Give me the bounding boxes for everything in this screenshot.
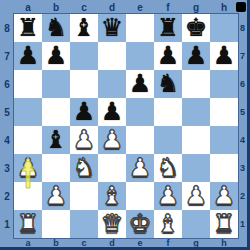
square-c4[interactable]: ♟ [70, 126, 98, 154]
black-pawn-a7[interactable]: ♟ [17, 42, 39, 70]
square-g4[interactable] [182, 126, 210, 154]
square-c3[interactable]: ♞ [70, 154, 98, 182]
rank-label-4: 4 [0, 126, 14, 154]
rank-label-5: 5 [238, 98, 247, 126]
black-queen-d8[interactable]: ♛ [101, 14, 123, 42]
square-h2[interactable]: ♟ [210, 182, 238, 210]
black-pawn-c5[interactable]: ♟ [73, 98, 95, 126]
white-pawn-h2[interactable]: ♟ [213, 182, 235, 210]
square-h1[interactable]: ♜ [210, 210, 238, 238]
file-label-g: g [182, 0, 210, 14]
square-f7[interactable]: ♟ [154, 42, 182, 70]
square-b2[interactable]: ♟ [42, 182, 70, 210]
black-bishop-b4[interactable]: ♝ [45, 126, 67, 154]
file-label-a: a [14, 0, 42, 14]
file-label-h: h [210, 238, 238, 248]
white-pawn-f2[interactable]: ♟ [157, 182, 179, 210]
board: ♜♞♝♛♜♚♟♟♟♟♟♟♞♟♟♝♟♟♟♞♟♞♟♝♟♟♟♜♛♚♝♜ [14, 14, 238, 238]
square-d2[interactable]: ♝ [98, 182, 126, 210]
file-labels-top: abcdefgh [14, 0, 238, 14]
square-b4[interactable]: ♝ [42, 126, 70, 154]
white-bishop-f1[interactable]: ♝ [157, 210, 179, 238]
square-a8[interactable]: ♜ [14, 14, 42, 42]
square-c8[interactable]: ♝ [70, 14, 98, 42]
black-rook-a8[interactable]: ♜ [17, 14, 39, 42]
black-knight-b8[interactable]: ♞ [45, 14, 67, 42]
black-pawn-h7[interactable]: ♟ [213, 42, 235, 70]
rank-labels-left: 87654321 [0, 14, 14, 238]
file-label-c: c [70, 238, 98, 248]
square-f1[interactable]: ♝ [154, 210, 182, 238]
square-h6[interactable] [210, 70, 238, 98]
black-bishop-c8[interactable]: ♝ [73, 14, 95, 42]
black-king-g8[interactable]: ♚ [185, 14, 207, 42]
white-pawn-a3[interactable]: ♟ [17, 154, 39, 182]
square-h3[interactable] [210, 154, 238, 182]
white-pawn-g2[interactable]: ♟ [185, 182, 207, 210]
square-d6[interactable] [98, 70, 126, 98]
rank-label-6: 6 [238, 70, 247, 98]
square-g6[interactable] [182, 70, 210, 98]
white-pawn-e3[interactable]: ♟ [129, 154, 151, 182]
square-d8[interactable]: ♛ [98, 14, 126, 42]
square-g2[interactable]: ♟ [182, 182, 210, 210]
square-c5[interactable]: ♟ [70, 98, 98, 126]
square-d3[interactable] [98, 154, 126, 182]
rank-label-7: 7 [0, 42, 14, 70]
file-label-d: d [98, 0, 126, 14]
rank-label-2: 2 [0, 182, 14, 210]
white-pawn-c4[interactable]: ♟ [73, 126, 95, 154]
square-a4[interactable] [14, 126, 42, 154]
white-king-e1[interactable]: ♚ [129, 210, 151, 238]
white-rook-h1[interactable]: ♜ [213, 210, 235, 238]
square-b5[interactable] [42, 98, 70, 126]
white-pawn-d4[interactable]: ♟ [101, 126, 123, 154]
black-pawn-b7[interactable]: ♟ [45, 42, 67, 70]
square-f3[interactable]: ♞ [154, 154, 182, 182]
square-b6[interactable] [42, 70, 70, 98]
file-label-g: g [182, 238, 210, 248]
square-h5[interactable] [210, 98, 238, 126]
square-f6[interactable]: ♞ [154, 70, 182, 98]
square-a2[interactable] [14, 182, 42, 210]
square-e7[interactable] [126, 42, 154, 70]
chess-diagram: abcdefgh 87654321 ♜♞♝♛♜♚♟♟♟♟♟♟♞♟♟♝♟♟♟♞♟♞… [0, 0, 250, 250]
square-g3[interactable] [182, 154, 210, 182]
square-f8[interactable]: ♜ [154, 14, 182, 42]
square-e8[interactable] [126, 14, 154, 42]
square-g8[interactable]: ♚ [182, 14, 210, 42]
rank-label-8: 8 [238, 14, 247, 42]
file-label-e: e [126, 0, 154, 14]
square-f2[interactable]: ♟ [154, 182, 182, 210]
file-label-h: h [210, 0, 238, 14]
square-f4[interactable] [154, 126, 182, 154]
square-a3[interactable]: ♟ [14, 154, 42, 182]
square-d1[interactable]: ♛ [98, 210, 126, 238]
file-labels-bottom: abcdefgh [14, 238, 238, 247]
square-b3[interactable] [42, 154, 70, 182]
rank-label-3: 3 [238, 154, 247, 182]
square-c2[interactable] [70, 182, 98, 210]
rank-label-2: 2 [238, 182, 247, 210]
black-knight-f6[interactable]: ♞ [157, 70, 179, 98]
square-b1[interactable] [42, 210, 70, 238]
square-a7[interactable]: ♟ [14, 42, 42, 70]
file-label-c: c [70, 0, 98, 14]
square-g7[interactable]: ♟ [182, 42, 210, 70]
square-g1[interactable] [182, 210, 210, 238]
square-e4[interactable] [126, 126, 154, 154]
file-label-b: b [42, 0, 70, 14]
file-label-f: f [154, 0, 182, 14]
file-label-b: b [42, 238, 70, 248]
black-pawn-d5[interactable]: ♟ [101, 98, 123, 126]
black-pawn-g7[interactable]: ♟ [185, 42, 207, 70]
square-a5[interactable] [14, 98, 42, 126]
rank-label-1: 1 [0, 210, 14, 238]
square-e3[interactable]: ♟ [126, 154, 154, 182]
black-pawn-e6[interactable]: ♟ [129, 70, 151, 98]
square-e5[interactable] [126, 98, 154, 126]
square-h7[interactable]: ♟ [210, 42, 238, 70]
square-d5[interactable]: ♟ [98, 98, 126, 126]
file-label-d: d [98, 238, 126, 248]
rank-label-5: 5 [0, 98, 14, 126]
square-d4[interactable]: ♟ [98, 126, 126, 154]
white-rook-a1[interactable]: ♜ [17, 210, 39, 238]
white-knight-c3[interactable]: ♞ [73, 154, 95, 182]
square-a6[interactable] [14, 70, 42, 98]
square-d7[interactable] [98, 42, 126, 70]
file-label-a: a [14, 238, 42, 248]
square-e1[interactable]: ♚ [126, 210, 154, 238]
rank-labels-right: 87654321 [238, 14, 247, 238]
black-rook-f8[interactable]: ♜ [157, 14, 179, 42]
square-c7[interactable] [70, 42, 98, 70]
square-g5[interactable] [182, 98, 210, 126]
white-pawn-b2[interactable]: ♟ [45, 182, 67, 210]
file-label-e: e [126, 238, 154, 248]
square-h4[interactable] [210, 126, 238, 154]
square-e2[interactable] [126, 182, 154, 210]
square-a1[interactable]: ♜ [14, 210, 42, 238]
square-c6[interactable] [70, 70, 98, 98]
square-c1[interactable] [70, 210, 98, 238]
rank-label-8: 8 [0, 14, 14, 42]
rank-label-1: 1 [238, 210, 247, 238]
file-label-f: f [154, 238, 182, 248]
rank-label-3: 3 [0, 154, 14, 182]
square-e6[interactable]: ♟ [126, 70, 154, 98]
rank-label-7: 7 [238, 42, 247, 70]
white-knight-f3[interactable]: ♞ [157, 154, 179, 182]
square-f5[interactable] [154, 98, 182, 126]
black-pawn-f7[interactable]: ♟ [157, 42, 179, 70]
rank-label-6: 6 [0, 70, 14, 98]
square-b8[interactable]: ♞ [42, 14, 70, 42]
square-b7[interactable]: ♟ [42, 42, 70, 70]
side-to-move-indicator [236, 2, 246, 12]
square-h8[interactable] [210, 14, 238, 42]
white-queen-d1[interactable]: ♛ [101, 210, 123, 238]
rank-label-4: 4 [238, 126, 247, 154]
white-bishop-d2[interactable]: ♝ [101, 182, 123, 210]
